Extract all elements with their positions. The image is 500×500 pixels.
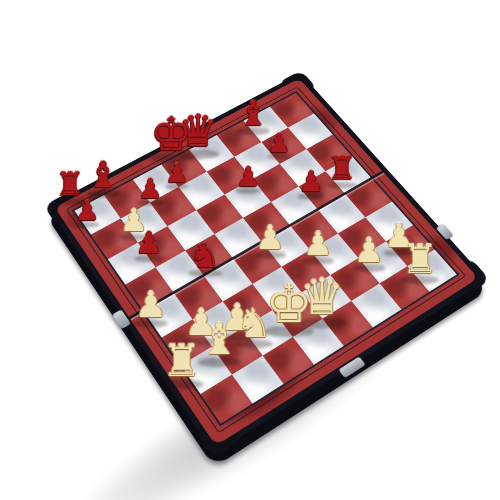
chess-board-frame (47, 73, 486, 454)
product-photo-stage: ♝♛♚♟♜♟♟♝♟♜♟♟♟♟♟♟♟♟♞♜♛♟♚♟♟♞♝♜ (0, 0, 500, 500)
board-red-marble-border (55, 78, 479, 445)
chess-board-grid (75, 93, 457, 424)
